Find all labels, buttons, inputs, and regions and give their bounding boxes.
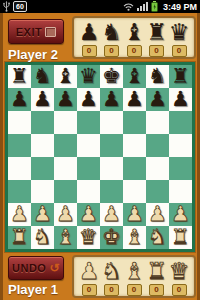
square-c5[interactable] <box>54 134 77 157</box>
square-e6[interactable] <box>100 111 123 134</box>
square-g5[interactable] <box>146 134 169 157</box>
square-f4[interactable] <box>123 157 146 180</box>
square-g4[interactable] <box>146 157 169 180</box>
square-d7[interactable]: ♟ <box>77 88 100 111</box>
square-b3[interactable] <box>31 180 54 203</box>
white-pawn[interactable]: ♟ <box>125 203 144 226</box>
white-pawn-icon: ♟ <box>79 258 100 284</box>
black-bishop[interactable]: ♝ <box>125 65 144 88</box>
square-a2[interactable]: ♟ <box>8 203 31 226</box>
captured-white-bishop-count: 0 <box>127 284 142 296</box>
captured-black-queen-slot: ♛0 <box>168 19 190 57</box>
white-knight[interactable]: ♞ <box>148 226 167 249</box>
square-c1[interactable]: ♝ <box>54 226 77 249</box>
square-d6[interactable] <box>77 111 100 134</box>
captured-black-queen-count: 0 <box>172 45 187 57</box>
square-h4[interactable] <box>169 157 192 180</box>
undo-icon: ↺ <box>49 262 60 274</box>
square-h6[interactable] <box>169 111 192 134</box>
square-f1[interactable]: ♝ <box>123 226 146 249</box>
status-bar: 60 3:49 PM <box>0 0 200 13</box>
white-knight-icon: ♞ <box>101 258 122 284</box>
square-c2[interactable]: ♟ <box>54 203 77 226</box>
square-a4[interactable] <box>8 157 31 180</box>
black-knight[interactable]: ♞ <box>148 65 167 88</box>
white-queen[interactable]: ♛ <box>79 226 98 249</box>
edge-shade-right <box>197 13 200 300</box>
square-b5[interactable] <box>31 134 54 157</box>
white-pawn[interactable]: ♟ <box>148 203 167 226</box>
square-d1[interactable]: ♛ <box>77 226 100 249</box>
square-e7[interactable]: ♟ <box>100 88 123 111</box>
black-knight-icon: ♞ <box>101 19 122 45</box>
captured-black-pawn-count: 0 <box>82 45 97 57</box>
captured-white-rook-slot: ♜0 <box>146 258 168 296</box>
square-e1[interactable]: ♚ <box>100 226 123 249</box>
square-b2[interactable]: ♟ <box>31 203 54 226</box>
square-c3[interactable] <box>54 180 77 203</box>
black-pawn[interactable]: ♟ <box>33 88 52 111</box>
white-rook[interactable]: ♜ <box>171 226 190 249</box>
white-rook[interactable]: ♜ <box>10 226 29 249</box>
white-king[interactable]: ♚ <box>102 226 121 249</box>
footer-panel: UNDO ↺ ♟0♞0♝0♜0♛0 Player 1 <box>0 252 200 300</box>
square-c4[interactable] <box>54 157 77 180</box>
square-f3[interactable] <box>123 180 146 203</box>
square-c7[interactable]: ♟ <box>54 88 77 111</box>
usb-icon <box>3 1 10 12</box>
square-a6[interactable] <box>8 111 31 134</box>
player2-label: Player 2 <box>8 47 58 62</box>
square-e3[interactable] <box>100 180 123 203</box>
white-rook-icon: ♜ <box>146 258 167 284</box>
square-a3[interactable] <box>8 180 31 203</box>
square-d8[interactable]: ♛ <box>77 65 100 88</box>
square-g3[interactable] <box>146 180 169 203</box>
square-b8[interactable]: ♞ <box>31 65 54 88</box>
black-bishop[interactable]: ♝ <box>56 65 75 88</box>
square-e8[interactable]: ♚ <box>100 65 123 88</box>
black-king[interactable]: ♚ <box>102 65 121 88</box>
exit-button[interactable]: EXIT <box>8 19 64 44</box>
square-b7[interactable]: ♟ <box>31 88 54 111</box>
white-pawn[interactable]: ♟ <box>79 203 98 226</box>
captured-black-pawn-slot: ♟0 <box>78 19 100 57</box>
exit-icon <box>45 27 56 37</box>
black-pawn[interactable]: ♟ <box>56 88 75 111</box>
square-g7[interactable]: ♟ <box>146 88 169 111</box>
square-a5[interactable] <box>8 134 31 157</box>
square-b6[interactable] <box>31 111 54 134</box>
undo-button-label: UNDO <box>12 262 46 274</box>
captured-black-bishop-count: 0 <box>127 45 142 57</box>
captured-white-knight-count: 0 <box>104 284 119 296</box>
captured-white-tray: ♟0♞0♝0♜0♛0 <box>72 255 196 298</box>
black-pawn-icon: ♟ <box>79 19 100 45</box>
square-b1[interactable]: ♞ <box>31 226 54 249</box>
captured-white-knight-slot: ♞0 <box>101 258 123 296</box>
clock-text: 3:49 PM <box>163 2 197 12</box>
board-frame: ♜♞♝♛♚♝♞♜♟♟♟♟♟♟♟♟♟♟♟♟♟♟♟♟♜♞♝♛♚♝♞♜ <box>5 62 195 252</box>
white-bishop-icon: ♝ <box>124 258 145 284</box>
square-e4[interactable] <box>100 157 123 180</box>
wifi-icon <box>123 3 134 11</box>
square-h7[interactable]: ♟ <box>169 88 192 111</box>
square-g8[interactable]: ♞ <box>146 65 169 88</box>
square-f2[interactable]: ♟ <box>123 203 146 226</box>
undo-button[interactable]: UNDO ↺ <box>8 256 64 280</box>
player1-label: Player 1 <box>8 282 58 297</box>
square-d2[interactable]: ♟ <box>77 203 100 226</box>
black-pawn[interactable]: ♟ <box>171 88 190 111</box>
white-bishop[interactable]: ♝ <box>56 226 75 249</box>
captured-black-knight-count: 0 <box>104 45 119 57</box>
chess-app: 60 3:49 PM EXIT ♟0♞0♝0♜0♛0 Player 2 ♜♞♝♛… <box>0 0 200 300</box>
square-g1[interactable]: ♞ <box>146 226 169 249</box>
chess-board: ♜♞♝♛♚♝♞♜♟♟♟♟♟♟♟♟♟♟♟♟♟♟♟♟♜♞♝♛♚♝♞♜ <box>8 65 192 249</box>
captured-black-rook-slot: ♜0 <box>146 19 168 57</box>
square-a1[interactable]: ♜ <box>8 226 31 249</box>
square-c6[interactable] <box>54 111 77 134</box>
square-h8[interactable]: ♜ <box>169 65 192 88</box>
captured-white-queen-slot: ♛0 <box>168 258 190 296</box>
battery-charging-icon <box>151 1 158 12</box>
square-d4[interactable] <box>77 157 100 180</box>
square-f7[interactable]: ♟ <box>123 88 146 111</box>
square-a8[interactable]: ♜ <box>8 65 31 88</box>
white-queen-icon: ♛ <box>169 258 190 284</box>
black-pawn[interactable]: ♟ <box>79 88 98 111</box>
black-queen-icon: ♛ <box>169 19 190 45</box>
captured-black-bishop-slot: ♝0 <box>123 19 145 57</box>
edge-shade-left <box>0 13 3 300</box>
square-f6[interactable] <box>123 111 146 134</box>
square-f5[interactable] <box>123 134 146 157</box>
captured-black-tray: ♟0♞0♝0♜0♛0 <box>72 16 196 59</box>
square-a7[interactable]: ♟ <box>8 88 31 111</box>
captured-black-knight-slot: ♞0 <box>101 19 123 57</box>
square-b4[interactable] <box>31 157 54 180</box>
square-g2[interactable]: ♟ <box>146 203 169 226</box>
black-rook[interactable]: ♜ <box>10 65 29 88</box>
square-g6[interactable] <box>146 111 169 134</box>
white-pawn[interactable]: ♟ <box>33 203 52 226</box>
black-pawn[interactable]: ♟ <box>125 88 144 111</box>
white-bishop[interactable]: ♝ <box>125 226 144 249</box>
white-pawn[interactable]: ♟ <box>102 203 121 226</box>
black-knight[interactable]: ♞ <box>33 65 52 88</box>
black-queen[interactable]: ♛ <box>79 65 98 88</box>
square-h3[interactable] <box>169 180 192 203</box>
white-pawn[interactable]: ♟ <box>10 203 29 226</box>
captured-white-pawn-count: 0 <box>82 284 97 296</box>
captured-white-bishop-slot: ♝0 <box>123 258 145 296</box>
signal-strength-icon <box>137 2 148 11</box>
square-h2[interactable]: ♟ <box>169 203 192 226</box>
white-pawn[interactable]: ♟ <box>56 203 75 226</box>
black-pawn[interactable]: ♟ <box>102 88 121 111</box>
captured-black-rook-count: 0 <box>149 45 164 57</box>
white-pawn[interactable]: ♟ <box>171 203 190 226</box>
captured-white-pawn-slot: ♟0 <box>78 258 100 296</box>
square-f8[interactable]: ♝ <box>123 65 146 88</box>
square-e5[interactable] <box>100 134 123 157</box>
white-knight[interactable]: ♞ <box>33 226 52 249</box>
square-h1[interactable]: ♜ <box>169 226 192 249</box>
exit-button-label: EXIT <box>16 26 42 38</box>
header-panel: EXIT ♟0♞0♝0♜0♛0 Player 2 <box>0 13 200 62</box>
black-bishop-icon: ♝ <box>124 19 145 45</box>
captured-white-rook-count: 0 <box>149 284 164 296</box>
captured-white-queen-count: 0 <box>172 284 187 296</box>
square-d5[interactable] <box>77 134 100 157</box>
square-h5[interactable] <box>169 134 192 157</box>
square-c8[interactable]: ♝ <box>54 65 77 88</box>
square-d3[interactable] <box>77 180 100 203</box>
black-rook-icon: ♜ <box>146 19 167 45</box>
battery-percent-badge: 60 <box>13 1 27 12</box>
square-e2[interactable]: ♟ <box>100 203 123 226</box>
black-pawn[interactable]: ♟ <box>10 88 29 111</box>
black-rook[interactable]: ♜ <box>171 65 190 88</box>
black-pawn[interactable]: ♟ <box>148 88 167 111</box>
